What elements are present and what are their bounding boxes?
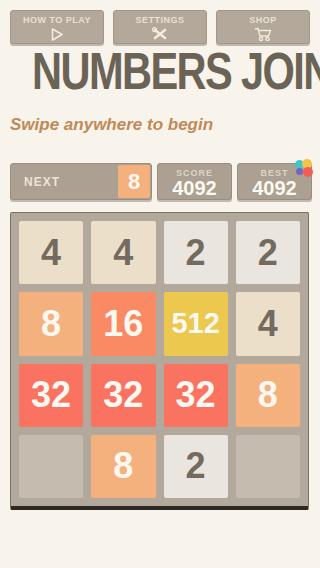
app-title: NUMBERS JOIN	[32, 45, 288, 97]
tile-8: 8	[91, 435, 155, 498]
settings-button[interactable]: SETTINGS	[113, 10, 207, 44]
score-value: 4092	[172, 178, 217, 199]
tile-8: 8	[236, 364, 300, 427]
app-screen: HOW TO PLAY SETTINGS SHOP	[0, 0, 320, 568]
cart-icon	[253, 26, 273, 42]
game-center-bubble-red	[303, 167, 313, 177]
next-label: NEXT	[24, 175, 60, 189]
tile-4: 4	[19, 221, 83, 284]
game-center-icon[interactable]	[295, 159, 315, 179]
settings-label: SETTINGS	[135, 15, 184, 25]
how-to-play-label: HOW TO PLAY	[23, 15, 91, 25]
tools-icon	[151, 26, 169, 42]
best-panel[interactable]: BEST 4092	[237, 163, 312, 200]
hud-bar: NEXT 8 SCORE 4092 BEST 4092	[10, 163, 312, 200]
board[interactable]: 44228165124323232882	[10, 212, 309, 510]
tile-16: 16	[91, 292, 155, 355]
tile-4: 4	[91, 221, 155, 284]
tile-32: 32	[164, 364, 228, 427]
tile-2: 2	[164, 221, 228, 284]
shop-button[interactable]: SHOP	[216, 10, 310, 44]
shop-label: SHOP	[249, 15, 277, 25]
swipe-hint-text: Swipe anywhere to begin	[10, 115, 213, 135]
empty-cell	[19, 435, 83, 498]
score-panel: SCORE 4092	[157, 163, 232, 200]
play-icon	[49, 26, 65, 42]
tile-4: 4	[236, 292, 300, 355]
empty-cell	[236, 435, 300, 498]
next-tile-preview: 8	[118, 165, 150, 198]
tile-8: 8	[19, 292, 83, 355]
tile-2: 2	[164, 435, 228, 498]
next-tile-panel: NEXT 8	[10, 163, 152, 200]
tile-2: 2	[236, 221, 300, 284]
how-to-play-button[interactable]: HOW TO PLAY	[10, 10, 104, 44]
game-center-bubble-purple	[296, 168, 303, 175]
top-button-bar: HOW TO PLAY SETTINGS SHOP	[10, 10, 310, 44]
tile-512: 512	[164, 292, 228, 355]
tile-32: 32	[91, 364, 155, 427]
tile-32: 32	[19, 364, 83, 427]
best-value: 4092	[252, 178, 297, 199]
